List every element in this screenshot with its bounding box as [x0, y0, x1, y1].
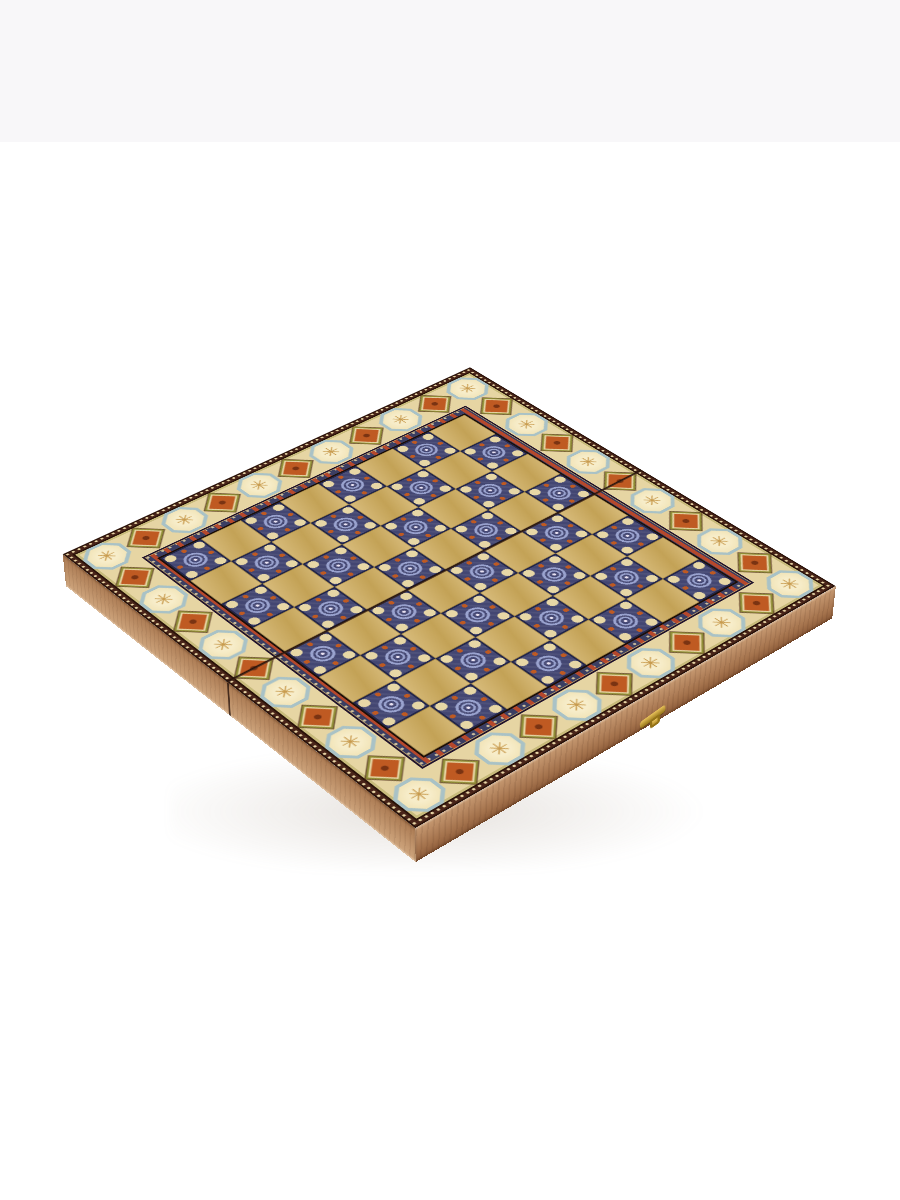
- octagon-medallion: ✳: [190, 624, 257, 665]
- flower-rosette-icon: ✳: [548, 687, 606, 723]
- square-c4[interactable]: [335, 567, 408, 610]
- diamond-motif: [545, 436, 568, 449]
- diamond-motif: [674, 635, 699, 651]
- diamond-motif: [303, 708, 332, 725]
- octagon-medallion: ✳: [251, 671, 320, 714]
- square-a4[interactable]: [253, 607, 327, 652]
- diamond-motif: [179, 614, 207, 630]
- octagon-medallion: ✳: [75, 537, 139, 575]
- fold-seam-side-notch: [227, 682, 231, 716]
- diamond-motif: [601, 675, 627, 692]
- flower-rosette-icon: ✳: [137, 583, 191, 616]
- diamond-motif: [121, 570, 149, 585]
- flower-rosette-icon: ✳: [694, 606, 749, 639]
- square-b4[interactable]: [294, 587, 367, 631]
- square-a5[interactable]: [285, 631, 360, 677]
- diamond-motif: [525, 718, 552, 736]
- flower-rosette-icon: ✳: [389, 775, 449, 814]
- flower-rosette-icon: ✳: [257, 675, 314, 711]
- pawn-glyph: ♟: [189, 513, 281, 589]
- octagon-medallion: ✳: [131, 580, 196, 619]
- brass-clasp-icon: [640, 703, 668, 739]
- flower-rosette-icon: ✳: [623, 646, 680, 681]
- diamond-motif: [485, 400, 508, 413]
- product-photo-scene: ✳✳✳✳✳✳✳✳✳✳✳✳✳✳✳✳✳✳✳✳ ♜♞♝♛♚♝♞♜♟♟♟♟♟♟♟♟♟♟♟…: [0, 0, 900, 1200]
- diamond-motif: [354, 429, 378, 442]
- background-top-band: [0, 0, 900, 142]
- diamond-motif: [744, 596, 769, 612]
- diamond-motif: [283, 462, 308, 475]
- flower-rosette-icon: ✳: [81, 541, 134, 572]
- diamond-motif: [446, 762, 474, 780]
- flower-rosette-icon: ✳: [763, 568, 817, 600]
- flower-rosette-icon: ✳: [321, 724, 379, 762]
- square-a3[interactable]: [221, 584, 294, 628]
- diamond-motif: [370, 759, 399, 777]
- flower-rosette-icon: ✳: [195, 628, 250, 662]
- diamond-motif: [423, 398, 446, 411]
- rook-glyph: ♜: [388, 640, 487, 738]
- diamond-motif: [133, 531, 160, 546]
- diamond-motif: [240, 660, 268, 677]
